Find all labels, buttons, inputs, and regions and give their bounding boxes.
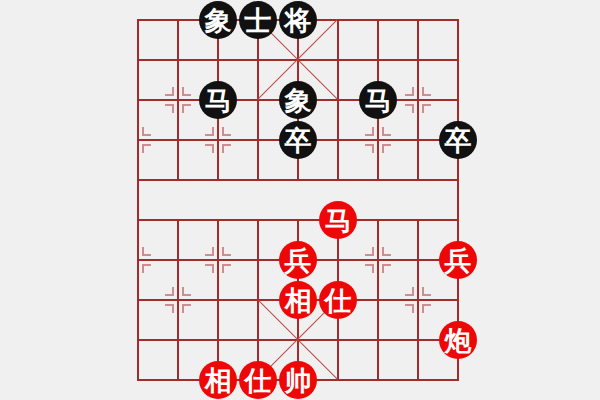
position-marker [182,104,191,113]
position-marker [222,247,231,256]
position-marker [205,127,214,136]
position-marker [405,87,414,96]
position-marker [365,127,374,136]
red-elephant-piece[interactable]: 相 [199,361,237,399]
position-marker [142,127,151,136]
black-soldier-piece[interactable]: 卒 [439,121,477,159]
red-soldier-piece[interactable]: 兵 [439,241,477,279]
position-marker [165,304,174,313]
position-marker [182,87,191,96]
position-marker [182,304,191,313]
xiangqi-app: 象士将马象马卒卒马兵兵相仕炮相仕帅 [0,0,600,400]
position-marker [422,87,431,96]
position-marker [405,104,414,113]
position-marker [142,247,151,256]
grid-line-vertical-bottom [177,219,179,381]
position-marker [222,144,231,153]
red-horse-piece[interactable]: 马 [319,201,357,239]
black-soldier-piece[interactable]: 卒 [279,121,317,159]
grid-line-vertical-top [177,19,179,181]
red-general-piece[interactable]: 帅 [279,361,317,399]
position-marker [165,87,174,96]
red-advisor-piece[interactable]: 仕 [239,361,277,399]
position-marker [142,264,151,273]
position-marker [205,247,214,256]
position-marker [365,264,374,273]
position-marker [365,144,374,153]
black-elephant-piece[interactable]: 象 [279,81,317,119]
black-advisor-piece[interactable]: 士 [239,1,277,39]
black-horse-piece[interactable]: 马 [359,81,397,119]
position-marker [205,264,214,273]
position-marker [222,127,231,136]
position-marker [182,287,191,296]
position-marker [422,287,431,296]
black-horse-piece[interactable]: 马 [199,81,237,119]
red-soldier-piece[interactable]: 兵 [279,241,317,279]
position-marker [365,247,374,256]
grid-line-vertical-top [417,19,419,181]
position-marker [222,264,231,273]
position-marker [165,104,174,113]
red-cannon-piece[interactable]: 炮 [439,321,477,359]
red-elephant-piece[interactable]: 相 [279,281,317,319]
black-general-piece[interactable]: 将 [279,1,317,39]
position-marker [422,104,431,113]
xiangqi-board: 象士将马象马卒卒马兵兵相仕炮相仕帅 [0,0,600,400]
grid-line-vertical-bottom [417,219,419,381]
position-marker [382,247,391,256]
position-marker [382,127,391,136]
grid-line-vertical [137,19,139,381]
grid-line-vertical-bottom [217,219,219,381]
position-marker [205,144,214,153]
position-marker [382,264,391,273]
position-marker [405,304,414,313]
position-marker [142,144,151,153]
position-marker [405,287,414,296]
position-marker [382,144,391,153]
black-elephant-piece[interactable]: 象 [199,1,237,39]
position-marker [422,304,431,313]
position-marker [165,287,174,296]
red-advisor-piece[interactable]: 仕 [319,281,357,319]
grid-line-vertical-bottom [377,219,379,381]
